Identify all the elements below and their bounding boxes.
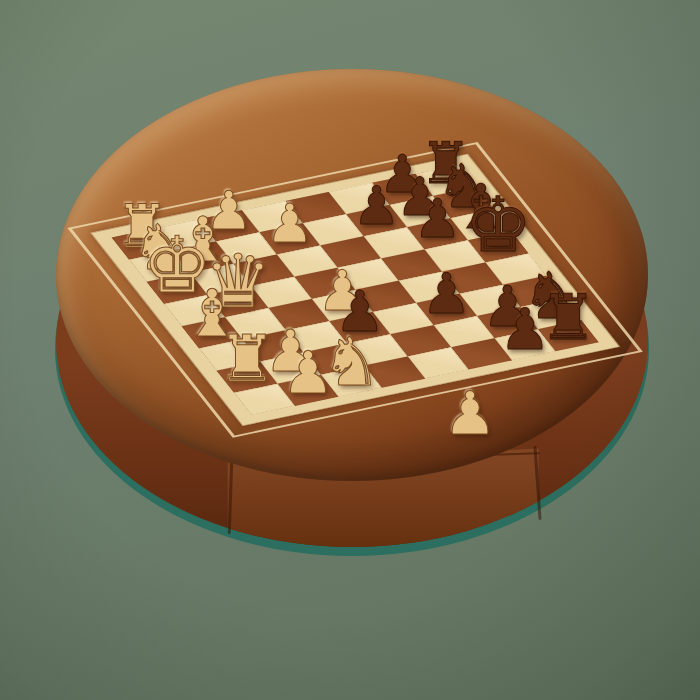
piece-shadow <box>360 215 400 227</box>
piece-shadow <box>139 259 186 273</box>
piece-black-p-h7: ♟ <box>499 300 550 357</box>
piece-black-p-b6: ♟ <box>353 179 400 232</box>
piece-shadow <box>427 174 470 187</box>
piece-shadow <box>507 339 550 352</box>
piece-shadow <box>324 299 366 311</box>
piece-black-n-b8: ♞ <box>436 156 490 216</box>
piece-white-r-g1: ♜ <box>218 327 276 391</box>
piece-shadow <box>444 196 489 209</box>
piece-shadow <box>461 218 507 231</box>
piece-shadow <box>289 384 333 397</box>
piece-shadow <box>386 184 425 195</box>
piece-black-r-h8: ♜ <box>540 287 596 350</box>
piece-shadow <box>183 250 230 264</box>
piece-shadow <box>191 326 240 340</box>
piece-white-p-e4: ♟ <box>317 262 367 318</box>
piece-black-p-g7: ♟ <box>482 279 532 335</box>
piece-white-p-a3: ♟ <box>205 184 253 237</box>
piece-white-n-b1: ♞ <box>131 217 187 279</box>
piece-shadow <box>151 280 209 297</box>
piece-white-b-b2: ♝ <box>175 209 231 271</box>
piece-black-p-f6: ♟ <box>421 266 471 322</box>
piece-white-p-b4: ♟ <box>266 197 314 251</box>
photo-scene: ♜♞♚♝♜♝♛♟♟♟♞♟♟♟♟♟♟♟♟♟♟♜♞♝♚♞♜♟ <box>0 0 700 700</box>
piece-black-n-g8: ♞ <box>522 263 580 327</box>
piece-black-p-a7: ♟ <box>379 149 426 201</box>
piece-shadow <box>429 303 471 315</box>
piece-shadow <box>473 239 530 256</box>
piece-black-b-c8: ♝ <box>453 177 508 238</box>
piece-shadow <box>403 206 442 218</box>
piece-white-p-g2: ♟ <box>265 323 317 381</box>
piece-shadow <box>226 370 274 384</box>
piece-white-q-d2: ♛ <box>205 244 271 318</box>
piece-white-p-h2: ♟ <box>282 345 334 403</box>
piece-black-r-a8: ♜ <box>420 136 471 193</box>
captured-white-pawn: ♟ <box>443 384 497 444</box>
piece-shadow <box>272 362 315 375</box>
piece-black-k-d8: ♚ <box>464 188 532 264</box>
piece-shadow <box>489 316 531 328</box>
piece-shadow <box>530 306 578 320</box>
piece-shadow <box>451 424 496 437</box>
piece-shadow <box>273 233 313 245</box>
piece-shadow <box>420 228 460 240</box>
piece-black-p-c7: ♟ <box>413 192 461 245</box>
piece-black-p-f4: ♟ <box>334 284 385 340</box>
piece-shadow <box>548 329 595 343</box>
piece-shadow <box>342 321 384 333</box>
piece-white-b-e1: ♝ <box>183 282 241 347</box>
piece-white-r-a1: ♜ <box>115 197 168 257</box>
piece-white-k-c1: ♚ <box>142 228 212 306</box>
piece-shadow <box>123 237 168 250</box>
piece-white-n-h3: ♞ <box>321 329 381 396</box>
pieces-layer: ♜♞♚♝♜♝♛♟♟♟♞♟♟♟♟♟♟♟♟♟♟♜♞♝♚♞♜♟ <box>0 0 700 700</box>
piece-shadow <box>213 293 269 309</box>
piece-black-p-b7: ♟ <box>396 171 443 224</box>
piece-shadow <box>329 374 379 389</box>
piece-shadow <box>212 220 252 232</box>
